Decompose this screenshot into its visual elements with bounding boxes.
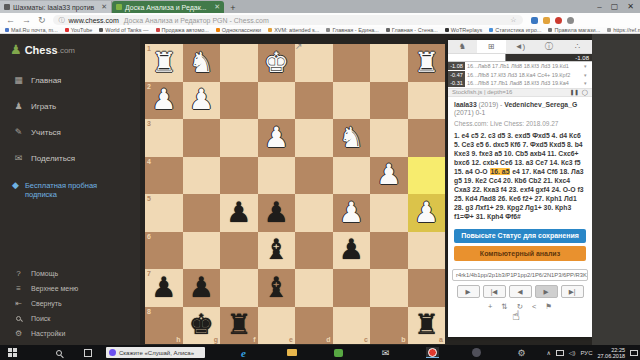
tab1-favicon: [4, 4, 10, 10]
engine-lines: -1.0816...Лab8 17.Лb1 Лfd8 18.Кf3 Лd3 19…: [448, 62, 592, 88]
bookmark-favicon: [607, 28, 611, 32]
sidebar-bottom-items: ?Помощь≡Верхнее меню⇤СвернутьПоиск⚙Настр…: [0, 266, 140, 341]
square-d3[interactable]: [295, 119, 333, 157]
language-indicator[interactable]: РУС: [580, 350, 592, 356]
square-a2[interactable]: [408, 82, 446, 120]
rank-label: 6: [147, 233, 151, 240]
rank-label: 3: [147, 120, 151, 127]
taskbar-app-explorer[interactable]: [285, 347, 298, 358]
black-player[interactable]: Vedenichev_Serega_G: [504, 101, 577, 108]
square-e7[interactable]: ♝: [258, 269, 296, 307]
sidebar-item-trial[interactable]: ◆ Бесплатная пробная подписка: [0, 171, 120, 199]
sidebar-item-collapse[interactable]: ⇤Свернуть: [0, 296, 140, 311]
taskbar-app-settings[interactable]: ⚙: [515, 347, 528, 358]
square-b3[interactable]: [370, 119, 408, 157]
folder-shape: [287, 349, 297, 356]
bookmark-favicon: [156, 28, 160, 32]
extensions: [531, 17, 574, 24]
square-c5[interactable]: ♟: [333, 194, 371, 232]
square-h7[interactable]: 7♟: [145, 269, 183, 307]
file-label: e: [289, 336, 293, 343]
white-rook: ♜: [151, 45, 176, 81]
sidebar-item-top-menu[interactable]: ≡Верхнее меню: [0, 281, 140, 296]
board-expand-icon[interactable]: ↗: [295, 41, 303, 51]
bookmark-label: Продажа автомо...: [162, 27, 209, 33]
square-e8[interactable]: e: [258, 307, 296, 345]
square-g3[interactable]: [183, 119, 221, 157]
current-move[interactable]: 16. a5: [490, 168, 511, 175]
white-rating: (2019): [479, 101, 499, 108]
chesscom-logo[interactable]: ♟ Chess .com: [0, 34, 140, 67]
square-d8[interactable]: d: [295, 307, 333, 345]
bookmark-label: Главная - Едина...: [332, 27, 378, 33]
white-rook: ♜: [414, 45, 439, 81]
bookmark-item[interactable]: YouTube: [65, 27, 93, 33]
rank-label: 4: [147, 158, 151, 165]
bookmark-item[interactable]: Правила магази...: [548, 27, 600, 33]
top-menu-icon: ≡: [12, 284, 25, 293]
square-d6[interactable]: [295, 232, 333, 270]
bookmark-favicon: [548, 28, 552, 32]
expand-line-icon[interactable]: ▾: [584, 80, 592, 86]
bookmark-item[interactable]: Одноклассники: [216, 27, 261, 33]
square-f8[interactable]: f♜: [220, 307, 258, 345]
file-label: a: [439, 336, 443, 343]
square-d2[interactable]: [295, 82, 333, 120]
moves-after[interactable]: e4 17. Ка4 Сf6 18. Ла3 g5 19. Ке2 Сc4 20…: [454, 168, 584, 220]
engine-status-bar: Stockfish.js | depth=16 ❚❚◯: [448, 88, 592, 97]
bookmark-label: XVM: attended s...: [274, 27, 319, 33]
black-rook: ♜: [226, 307, 251, 343]
square-h6[interactable]: 6: [145, 232, 183, 270]
tab2-title: Доска Анализа и Редак...: [125, 4, 207, 11]
white-knight: ♞: [189, 45, 214, 81]
bookmark-favicon: [268, 28, 272, 32]
add-icon[interactable]: +: [488, 302, 492, 311]
black-pawn: ♟: [189, 270, 214, 306]
taskbar-app-store[interactable]: [332, 347, 345, 358]
tab1-close-icon[interactable]: ✕: [98, 3, 107, 11]
square-c2[interactable]: [333, 82, 371, 120]
panel-tab-broadcast[interactable]: ◄): [506, 40, 535, 53]
taskbar-date: 27.06.2018: [597, 353, 625, 359]
sidebar-item-label: Свернуть: [31, 300, 62, 307]
sidebar-item-label: Поиск: [31, 315, 50, 322]
square-h1[interactable]: 1♜: [145, 44, 183, 82]
panel-footer-icons: +⇅↻<⚑: [448, 302, 592, 311]
bookmark-favicon: [489, 28, 493, 32]
logo-suffix: .com: [58, 46, 75, 55]
square-a8[interactable]: a♜: [408, 307, 446, 345]
tab1-title: Шахматы: laala33 против: [13, 4, 94, 11]
alisa-mic-icon: [109, 349, 116, 356]
computer-analysis-button[interactable]: Компьютерный анализ: [454, 246, 586, 261]
file-label: c: [364, 336, 368, 343]
bookmark-label: Главная - Стена...: [392, 27, 438, 33]
square-f2[interactable]: [220, 82, 258, 120]
mouse-cursor: ☝: [512, 308, 520, 323]
bookmark-item[interactable]: Главная - Стена...: [386, 27, 438, 33]
play-icon: ♟: [12, 101, 25, 111]
collapse-icon: ⇤: [12, 299, 25, 308]
minimize-button[interactable]: –: [597, 2, 601, 11]
bookmark-favicon: [445, 28, 449, 32]
bookmark-favicon: [326, 28, 330, 32]
site-info-icon[interactable]: ⓘ: [59, 16, 65, 25]
sidebar-item-label: Настройки: [31, 330, 65, 337]
bookmark-label: Одноклассники: [222, 27, 261, 33]
chess-board[interactable]: 1♜♞♚♜2♟♟3♟♞4♟5♟♟♟♟6♝♟7♟♟♝8hg♚f♜edcba♜: [145, 44, 445, 344]
taskbar-search-icon[interactable]: [56, 350, 62, 356]
broadcast-icon: ◄): [515, 42, 526, 51]
bookmark-item[interactable]: Mail.Ru почта, m...: [5, 27, 58, 33]
sidebar-item-search[interactable]: Поиск: [0, 311, 140, 326]
bookmark-label: Правила магази...: [554, 27, 600, 33]
square-a5[interactable]: ♟: [408, 194, 446, 232]
square-b4[interactable]: ♟: [370, 157, 408, 195]
expand-line-icon[interactable]: ▾: [584, 72, 592, 78]
help-icon: ?: [12, 269, 25, 278]
square-e3[interactable]: ♟: [258, 119, 296, 157]
bookmark-label: Статистика игро...: [495, 27, 541, 33]
bookmarks-list: Mail.Ru почта, m...YouTubeWorld of Tanks…: [5, 27, 640, 33]
white-pawn: ♟: [189, 82, 214, 118]
network-icon[interactable]: [556, 350, 564, 356]
taskbar-clock[interactable]: 22:25 27.06.2018: [597, 347, 625, 359]
analysis-board-icon: ⊞: [488, 42, 495, 51]
back-icon[interactable]: ←: [6, 15, 15, 25]
black-bishop: ♝: [264, 232, 289, 268]
alisa-search-text: Скажите «Слушай, Алиса»: [119, 350, 194, 356]
white-player[interactable]: laala33: [454, 101, 477, 108]
square-h2[interactable]: 2♟: [145, 82, 183, 120]
taskbar-app-mail[interactable]: ✉: [379, 347, 392, 358]
sidebar-item-label: Помощь: [31, 270, 58, 277]
file-label: g: [214, 336, 218, 343]
square-c7[interactable]: [333, 269, 371, 307]
profile-icon[interactable]: [567, 17, 574, 24]
browser-tab-2[interactable]: Доска Анализа и Редак... ✕: [112, 1, 224, 13]
bookmarks-bar: Mail.Ru почта, m...YouTubeWorld of Tanks…: [0, 27, 640, 34]
square-d5[interactable]: [295, 194, 333, 232]
move-nav-buttons: ▶|◀◀▶▶|: [448, 285, 592, 298]
engine-line-eval: -0.47: [448, 71, 465, 79]
square-h3[interactable]: 3: [145, 119, 183, 157]
screen: Шахматы: laala33 против ✕ Доска Анализа …: [0, 0, 640, 360]
reload-icon[interactable]: ↻: [38, 15, 46, 25]
engine-line-2[interactable]: -0.4716...Лfb8 17.Кf3 Лd3 18.Ка4 Сc4+ 19…: [448, 71, 592, 80]
bookmark-favicon: [65, 28, 69, 32]
bookmark-label: YouTube: [71, 27, 93, 33]
white-pawn: ♟: [376, 157, 401, 193]
task-view-icon[interactable]: [84, 349, 92, 357]
sidebar-item-help[interactable]: ?Помощь: [0, 266, 140, 281]
sidebar-item-label: Учиться: [31, 128, 61, 137]
square-a1[interactable]: ♜: [408, 44, 446, 82]
fen-input[interactable]: r4rk1/4b1pp/2p1b3/P1P1pp2/1P6/2N1P3/6PP/…: [452, 269, 588, 281]
taskbar-app-game[interactable]: [470, 347, 483, 358]
last-move-button[interactable]: ▶|: [561, 285, 584, 298]
stop-icon[interactable]: ◯: [582, 89, 588, 95]
settings-icon: ⚙: [12, 329, 25, 338]
square-a4[interactable]: [408, 157, 446, 195]
new-tab-button[interactable]: +: [228, 3, 238, 13]
square-b8[interactable]: b: [370, 307, 408, 345]
bookmark-favicon: [99, 28, 103, 32]
square-e4[interactable]: [258, 157, 296, 195]
url-host: www.chess.com: [69, 17, 119, 24]
game-result: 0-1: [476, 109, 486, 116]
bookmark-item[interactable]: https://ref.mail.ru/: [607, 27, 640, 33]
file-label: d: [326, 336, 330, 343]
bookmark-item[interactable]: XVM: attended s...: [268, 27, 319, 33]
square-c6[interactable]: ♟: [333, 232, 371, 270]
panel-tabs: ♞⊞◄)ⓘ∴: [448, 40, 592, 54]
engine-controls: ❚❚◯: [570, 89, 588, 95]
setup-pieces-icon: ♞: [459, 42, 466, 51]
sidebar-item-play[interactable]: ♟Играть: [0, 93, 140, 119]
start-button[interactable]: [8, 348, 17, 357]
bag-shape: [334, 349, 343, 357]
square-c4[interactable]: [333, 157, 371, 195]
next-move-button[interactable]: ▶: [535, 285, 558, 298]
square-b1[interactable]: [370, 44, 408, 82]
square-f3[interactable]: [220, 119, 258, 157]
eval-white-portion: [448, 54, 506, 61]
home-icon: ▦: [12, 75, 25, 85]
adblock-icon[interactable]: [555, 17, 562, 24]
taskbar: Скажите «Слушай, Алиса»: [0, 345, 640, 360]
square-c1[interactable]: [333, 44, 371, 82]
system-tray: ∧ ◁) РУС 22:25 27.06.2018: [546, 345, 638, 360]
white-king: ♚: [264, 45, 289, 81]
panel-tab-info[interactable]: ⓘ: [534, 40, 563, 53]
sidebar-item-share[interactable]: ✉Поделиться: [0, 145, 140, 171]
square-a7[interactable]: [408, 269, 446, 307]
white-pawn: ♟: [414, 195, 439, 231]
share-icon: ∴: [575, 42, 580, 51]
taskbar-app-edge[interactable]: e: [237, 347, 250, 358]
notification-center-icon[interactable]: [630, 350, 638, 356]
pause-icon[interactable]: ❚❚: [570, 89, 579, 95]
first-move-button[interactable]: |◀: [483, 285, 506, 298]
square-g8[interactable]: g♚: [183, 307, 221, 345]
trial-label: Бесплатная пробная подписка: [25, 181, 112, 199]
bookmark-item[interactable]: Главная - Едина...: [326, 27, 378, 33]
white-pawn: ♟: [339, 195, 364, 231]
rank-label: 2: [147, 83, 151, 90]
black-pawn: ♟: [151, 270, 176, 306]
square-h8[interactable]: 8h: [145, 307, 183, 345]
sidebar-item-home[interactable]: ▦Главная: [0, 67, 140, 93]
square-f7[interactable]: [220, 269, 258, 307]
sidebar-item-label: Верхнее меню: [31, 285, 78, 292]
square-e5[interactable]: ♟: [258, 194, 296, 232]
analysis-panel: ♞⊞◄)ⓘ∴ -1.08 -1.0816...Лab8 17.Лb1 Лfd8 …: [448, 40, 592, 337]
square-c8[interactable]: c: [333, 307, 371, 345]
square-c3[interactable]: ♞: [333, 119, 371, 157]
engine-line-1[interactable]: -1.0816...Лab8 17.Лb1 Лfd8 18.Кf3 Лd3 19…: [448, 62, 592, 71]
browser-circle: [428, 348, 437, 357]
square-b6[interactable]: [370, 232, 408, 270]
panel-tab-share[interactable]: ∴: [563, 40, 592, 53]
right-gutter: [592, 34, 640, 345]
square-b2[interactable]: [370, 82, 408, 120]
black-king: ♚: [189, 307, 214, 343]
move-list[interactable]: 1. e4 c5 2. c3 d5 3. exd5 Фxd5 4. d4 Кc6…: [448, 127, 592, 225]
square-d4[interactable]: [295, 157, 333, 195]
learn-icon: ✎: [12, 127, 25, 137]
logo-pawn-icon: ♟: [10, 42, 22, 57]
black-bishop: ♝: [264, 270, 289, 306]
engine-line-moves: 16...Лfb8 17.Кf3 Лd3 18.Ка4 Сc4+ 19.Крf2: [465, 72, 584, 78]
alisa-search-box[interactable]: Скажите «Слушай, Алиса»: [106, 347, 205, 358]
engine-line-3[interactable]: -0.3116...Лfb8 17.Лb1 Лad8 18.Кf3 Лd3 19…: [448, 79, 592, 88]
browser-tab-bar: Шахматы: laala33 против ✕ Доска Анализа …: [0, 0, 640, 13]
flip-board-icon[interactable]: ⇅: [501, 302, 507, 311]
square-f6[interactable]: [220, 232, 258, 270]
black-pawn: ♟: [339, 232, 364, 268]
url-title: Доска Анализа и Редактор PGN - Chess.com: [124, 17, 269, 24]
bookmark-favicon: [5, 28, 9, 32]
tab2-favicon: [116, 4, 122, 10]
flag-icon[interactable]: ⚑: [545, 302, 552, 311]
browser-tab-1[interactable]: Шахматы: laala33 против ✕: [0, 1, 112, 13]
chesscom-page: ♟ Chess .com ▦Главная♟Играть✎Учиться✉Под…: [0, 34, 640, 345]
tab2-close-icon[interactable]: ✕: [211, 3, 220, 11]
info-icon: ⓘ: [545, 41, 553, 52]
sidebar-item-label: Поделиться: [31, 154, 75, 163]
rank-label: 1: [147, 45, 151, 52]
bookmark-item[interactable]: Продажа автомо...: [156, 27, 209, 33]
game-header: laala33 (2019) - Vedenichev_Serega_G (20…: [448, 97, 592, 120]
sidebar-item-label: Играть: [31, 102, 56, 111]
file-label: b: [401, 336, 405, 343]
rank-label: 7: [147, 270, 151, 277]
rank-label: 8: [147, 308, 151, 315]
sidebar: ♟ Chess .com ▦Главная♟Играть✎Учиться✉Под…: [0, 34, 140, 345]
square-g4[interactable]: [183, 157, 221, 195]
rank-label: 5: [147, 195, 151, 202]
square-g6[interactable]: [183, 232, 221, 270]
square-e2[interactable]: [258, 82, 296, 120]
bookmark-label: WoTReplays: [451, 27, 482, 33]
black-pawn: ♟: [264, 195, 289, 231]
white-pawn: ♟: [151, 82, 176, 118]
square-g1[interactable]: ♞: [183, 44, 221, 82]
bookmark-item[interactable]: World of Tanks —: [99, 27, 148, 33]
engine-line-moves: 16...Лab8 17.Лb1 Лfd8 18.Кf3 Лd3 19.Кd1: [465, 63, 584, 69]
square-h4[interactable]: 4: [145, 157, 183, 195]
square-f1[interactable]: [220, 44, 258, 82]
upgrade-button[interactable]: Повысьте Статус для сохранения: [454, 229, 586, 243]
white-knight: ♞: [339, 120, 364, 156]
panel-tab-setup-pieces[interactable]: ♞: [448, 40, 477, 53]
diamond-icon: ◆: [12, 181, 19, 190]
square-a6[interactable]: [408, 232, 446, 270]
maximize-button[interactable]: ▢: [611, 2, 619, 11]
engine-line-eval: -0.31: [448, 79, 465, 87]
square-e1[interactable]: ♚: [258, 44, 296, 82]
square-b7[interactable]: [370, 269, 408, 307]
square-h5[interactable]: 5: [145, 194, 183, 232]
close-button[interactable]: ✕: [627, 2, 634, 11]
square-f5[interactable]: ♟: [220, 194, 258, 232]
evaluation-bar: -1.08: [448, 54, 592, 62]
bookmark-item[interactable]: WoTReplays: [445, 27, 482, 33]
extension-icon-2[interactable]: [543, 17, 550, 24]
share-position-icon[interactable]: <: [532, 302, 536, 311]
browser-toolbar: ← → ↻ ⓘ www.chess.com Доска Анализа и Ре…: [0, 13, 640, 27]
sidebar-items: ▦Главная♟Играть✎Учиться✉Поделиться: [0, 67, 140, 171]
file-label: f: [253, 336, 255, 343]
tray-hidden-icons[interactable]: ∧: [546, 349, 550, 356]
sidebar-item-settings[interactable]: ⚙Настройки: [0, 326, 140, 341]
square-f4[interactable]: [220, 157, 258, 195]
bookmark-label: Mail.Ru почта, m...: [11, 27, 58, 33]
bookmark-star-icon[interactable]: ☆: [510, 16, 516, 24]
black-rating: (2071): [454, 109, 474, 116]
game-circle: [472, 348, 481, 357]
volume-icon[interactable]: ◁): [569, 349, 576, 356]
play-button[interactable]: ▶: [457, 285, 480, 298]
bookmark-favicon: [216, 28, 220, 32]
extension-icon-1[interactable]: [531, 17, 538, 24]
forward-icon[interactable]: →: [22, 15, 31, 25]
prev-move-button[interactable]: ◀: [509, 285, 532, 298]
bookmark-label: https://ref.mail.ru/: [613, 27, 640, 33]
black-rook: ♜: [414, 307, 439, 343]
expand-line-icon[interactable]: ▾: [584, 63, 592, 69]
square-g5[interactable]: [183, 194, 221, 232]
taskbar-app-yandex-browser[interactable]: [426, 347, 439, 358]
square-b5[interactable]: [370, 194, 408, 232]
white-pawn: ♟: [264, 120, 289, 156]
square-g7[interactable]: ♟: [183, 269, 221, 307]
eval-score: -1.08: [575, 54, 592, 61]
sidebar-item-label: Главная: [31, 76, 61, 85]
black-pawn: ♟: [226, 195, 251, 231]
window-controls: – ▢ ✕: [597, 0, 638, 12]
bookmark-label: World of Tanks —: [105, 27, 148, 33]
game-event: Chess.com: Live Chess: 2018.09.27: [448, 120, 592, 127]
address-bar[interactable]: ⓘ www.chess.com Доска Анализа и Редактор…: [53, 15, 523, 25]
square-a3[interactable]: [408, 119, 446, 157]
square-g2[interactable]: ♟: [183, 82, 221, 120]
share-icon: ✉: [12, 153, 25, 163]
engine-line-moves: 16...Лfb8 17.Лb1 Лad8 18.Кf3 Лd3 19.Ка4: [465, 80, 584, 86]
engine-status: Stockfish.js | depth=16: [452, 89, 512, 95]
bookmark-favicon: [386, 28, 390, 32]
logo-text: Chess: [25, 44, 58, 56]
search-icon: [12, 314, 25, 323]
engine-line-eval: -1.08: [448, 62, 465, 70]
square-d7[interactable]: [295, 269, 333, 307]
file-label: h: [176, 336, 180, 343]
bookmark-item[interactable]: Статистика игро...: [489, 27, 541, 33]
sidebar-item-learn[interactable]: ✎Учиться: [0, 119, 140, 145]
panel-tab-analysis-board[interactable]: ⊞: [477, 40, 506, 53]
square-e6[interactable]: ♝: [258, 232, 296, 270]
